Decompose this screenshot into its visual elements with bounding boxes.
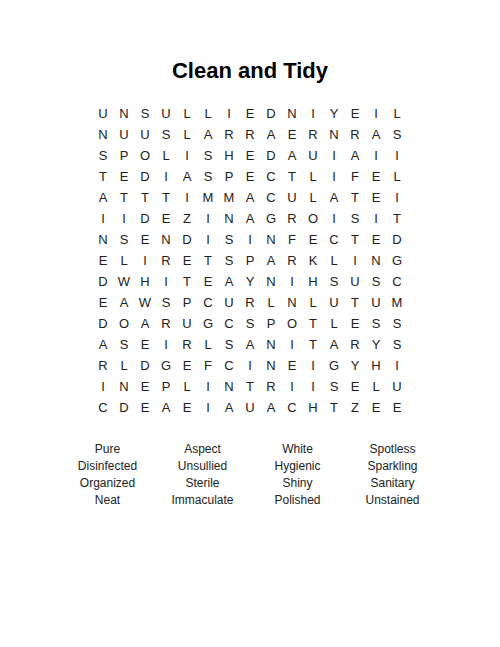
grid-cell-r7c10: F — [282, 229, 303, 250]
grid-cell-r8c9: A — [261, 250, 282, 271]
grid-cell-r3c8: E — [240, 145, 261, 166]
word-list-item: Hygienic — [250, 457, 345, 474]
grid-cell-r8c2: L — [114, 250, 135, 271]
grid-cell-r1c8: E — [240, 103, 261, 124]
grid-cell-r9c2: W — [114, 271, 135, 292]
grid-cell-r9c1: D — [93, 271, 114, 292]
grid-cell-r15c2: D — [114, 397, 135, 418]
grid-cell-r7c12: C — [324, 229, 345, 250]
grid-cell-r7c11: E — [303, 229, 324, 250]
grid-cell-r8c11: K — [303, 250, 324, 271]
grid-cell-r2c5: L — [177, 124, 198, 145]
grid-cell-r1c11: I — [303, 103, 324, 124]
grid-cell-r2c12: N — [324, 124, 345, 145]
grid-cell-r13c15: I — [387, 355, 408, 376]
grid-cell-r8c1: E — [93, 250, 114, 271]
grid-cell-r9c4: I — [156, 271, 177, 292]
grid-cell-r9c6: E — [198, 271, 219, 292]
grid-cell-r3c12: I — [324, 145, 345, 166]
grid-cell-r11c9: P — [261, 313, 282, 334]
grid-cell-r12c4: I — [156, 334, 177, 355]
grid-cell-r2c7: R — [219, 124, 240, 145]
grid-cell-r1c4: U — [156, 103, 177, 124]
grid-cell-r9c11: H — [303, 271, 324, 292]
grid-cell-r14c2: N — [114, 376, 135, 397]
grid-cell-r10c13: T — [345, 292, 366, 313]
grid-cell-r12c3: E — [135, 334, 156, 355]
word-list-item: Unstained — [345, 491, 440, 508]
word-list: PureAspectWhiteSpotlessDisinfectedUnsull… — [60, 440, 440, 508]
grid-cell-r13c7: C — [219, 355, 240, 376]
grid-cell-r8c5: E — [177, 250, 198, 271]
grid-cell-r15c13: Z — [345, 397, 366, 418]
grid-cell-r10c14: U — [366, 292, 387, 313]
grid-cell-r10c9: L — [261, 292, 282, 313]
grid-cell-r14c10: I — [282, 376, 303, 397]
word-list-item: Polished — [250, 491, 345, 508]
grid-cell-r5c12: A — [324, 187, 345, 208]
grid-cell-r8c15: G — [387, 250, 408, 271]
grid-cell-r10c8: R — [240, 292, 261, 313]
grid-cell-r1c5: L — [177, 103, 198, 124]
grid-cell-r11c8: S — [240, 313, 261, 334]
grid-cell-r5c2: T — [114, 187, 135, 208]
grid-cell-r4c2: E — [114, 166, 135, 187]
grid-cell-r2c10: E — [282, 124, 303, 145]
grid-cell-r7c7: S — [219, 229, 240, 250]
grid-cell-r4c9: C — [261, 166, 282, 187]
grid-cell-r1c7: I — [219, 103, 240, 124]
grid-cell-r15c14: E — [366, 397, 387, 418]
grid-cell-r11c14: S — [366, 313, 387, 334]
grid-cell-r12c7: S — [219, 334, 240, 355]
word-list-item: Spotless — [345, 440, 440, 457]
word-list-item: Organized — [60, 474, 155, 491]
grid-cell-r14c3: E — [135, 376, 156, 397]
grid-cell-r5c4: T — [156, 187, 177, 208]
grid-cell-r4c13: F — [345, 166, 366, 187]
grid-cell-r6c4: E — [156, 208, 177, 229]
grid-cell-r13c13: Y — [345, 355, 366, 376]
word-list-item: White — [250, 440, 345, 457]
grid-cell-r11c7: C — [219, 313, 240, 334]
grid-cell-r13c8: I — [240, 355, 261, 376]
grid-cell-r6c11: O — [303, 208, 324, 229]
grid-cell-r3c4: L — [156, 145, 177, 166]
grid-cell-r7c4: N — [156, 229, 177, 250]
grid-cell-r15c15: E — [387, 397, 408, 418]
grid-cell-r6c6: I — [198, 208, 219, 229]
grid-cell-r12c14: Y — [366, 334, 387, 355]
grid-cell-r15c7: A — [219, 397, 240, 418]
grid-cell-r5c7: M — [219, 187, 240, 208]
word-list-item: Disinfected — [60, 457, 155, 474]
grid-cell-r6c1: I — [93, 208, 114, 229]
grid-cell-r8c3: I — [135, 250, 156, 271]
grid-cell-r6c9: G — [261, 208, 282, 229]
grid-cell-r11c1: D — [93, 313, 114, 334]
grid-cell-r14c1: I — [93, 376, 114, 397]
grid-cell-r2c15: S — [387, 124, 408, 145]
grid-cell-r14c4: P — [156, 376, 177, 397]
grid-cell-r11c13: E — [345, 313, 366, 334]
grid-cell-r13c9: N — [261, 355, 282, 376]
grid-cell-r4c10: T — [282, 166, 303, 187]
grid-cell-r6c3: D — [135, 208, 156, 229]
grid-cell-r2c11: R — [303, 124, 324, 145]
grid-cell-r6c15: T — [387, 208, 408, 229]
grid-cell-r15c4: A — [156, 397, 177, 418]
grid-cell-r12c9: N — [261, 334, 282, 355]
grid-cell-r9c7: A — [219, 271, 240, 292]
grid-cell-r14c13: E — [345, 376, 366, 397]
grid-cell-r10c4: S — [156, 292, 177, 313]
grid-cell-r2c4: S — [156, 124, 177, 145]
grid-cell-r10c1: E — [93, 292, 114, 313]
grid-cell-r7c3: E — [135, 229, 156, 250]
grid-cell-r14c8: T — [240, 376, 261, 397]
grid-cell-r7c1: N — [93, 229, 114, 250]
grid-cell-r4c7: P — [219, 166, 240, 187]
grid-cell-r7c8: I — [240, 229, 261, 250]
grid-cell-r11c2: O — [114, 313, 135, 334]
grid-cell-r4c8: E — [240, 166, 261, 187]
grid-cell-r14c15: U — [387, 376, 408, 397]
grid-cell-r15c11: H — [303, 397, 324, 418]
grid-cell-r5c1: A — [93, 187, 114, 208]
grid-cell-r15c10: C — [282, 397, 303, 418]
grid-cell-r5c9: C — [261, 187, 282, 208]
grid-cell-r6c13: S — [345, 208, 366, 229]
grid-cell-r9c3: H — [135, 271, 156, 292]
grid-cell-r1c14: I — [366, 103, 387, 124]
grid-cell-r2c2: U — [114, 124, 135, 145]
word-list-item: Shiny — [250, 474, 345, 491]
grid-cell-r12c2: S — [114, 334, 135, 355]
grid-cell-r1c3: S — [135, 103, 156, 124]
grid-cell-r2c13: R — [345, 124, 366, 145]
grid-cell-r10c5: P — [177, 292, 198, 313]
grid-cell-r2c8: R — [240, 124, 261, 145]
grid-cell-r12c11: T — [303, 334, 324, 355]
word-list-item: Unsullied — [155, 457, 250, 474]
grid-cell-r13c6: F — [198, 355, 219, 376]
grid-cell-r9c14: S — [366, 271, 387, 292]
grid-cell-r9c13: U — [345, 271, 366, 292]
word-list-item: Aspect — [155, 440, 250, 457]
grid-cell-r3c10: A — [282, 145, 303, 166]
grid-cell-r2c3: U — [135, 124, 156, 145]
grid-cell-r13c14: H — [366, 355, 387, 376]
grid-cell-r5c3: T — [135, 187, 156, 208]
grid-cell-r14c5: L — [177, 376, 198, 397]
grid-cell-r10c12: U — [324, 292, 345, 313]
grid-cell-r10c15: M — [387, 292, 408, 313]
grid-cell-r14c14: L — [366, 376, 387, 397]
grid-cell-r5c10: U — [282, 187, 303, 208]
grid-cell-r14c6: I — [198, 376, 219, 397]
word-list-item: Sterile — [155, 474, 250, 491]
grid-cell-r4c11: L — [303, 166, 324, 187]
grid-cell-r9c12: S — [324, 271, 345, 292]
grid-cell-r3c7: H — [219, 145, 240, 166]
grid-cell-r1c1: U — [93, 103, 114, 124]
grid-cell-r1c9: D — [261, 103, 282, 124]
grid-cell-r5c11: L — [303, 187, 324, 208]
grid-cell-r5c5: I — [177, 187, 198, 208]
grid-cell-r3c6: S — [198, 145, 219, 166]
grid-cell-r12c12: A — [324, 334, 345, 355]
grid-cell-r5c6: M — [198, 187, 219, 208]
grid-cell-r7c5: D — [177, 229, 198, 250]
grid-cell-r13c3: D — [135, 355, 156, 376]
grid-cell-r2c1: N — [93, 124, 114, 145]
grid-cell-r1c2: N — [114, 103, 135, 124]
grid-cell-r6c12: I — [324, 208, 345, 229]
grid-cell-r12c10: I — [282, 334, 303, 355]
grid-cell-r3c13: A — [345, 145, 366, 166]
grid-cell-r4c1: T — [93, 166, 114, 187]
grid-cell-r4c14: E — [366, 166, 387, 187]
grid-cell-r3c14: I — [366, 145, 387, 166]
word-list-item: Pure — [60, 440, 155, 457]
grid-cell-r3c9: D — [261, 145, 282, 166]
grid-cell-r11c6: G — [198, 313, 219, 334]
grid-cell-r15c1: C — [93, 397, 114, 418]
grid-cell-r15c5: E — [177, 397, 198, 418]
grid-cell-r8c14: N — [366, 250, 387, 271]
grid-cell-r9c15: C — [387, 271, 408, 292]
grid-cell-r4c12: I — [324, 166, 345, 187]
grid-cell-r15c12: T — [324, 397, 345, 418]
grid-cell-r13c2: L — [114, 355, 135, 376]
grid-cell-r8c4: R — [156, 250, 177, 271]
grid-cell-r3c15: I — [387, 145, 408, 166]
word-list-item: Immaculate — [155, 491, 250, 508]
grid-cell-r11c15: S — [387, 313, 408, 334]
grid-cell-r3c1: S — [93, 145, 114, 166]
grid-cell-r1c12: Y — [324, 103, 345, 124]
grid-cell-r8c12: L — [324, 250, 345, 271]
grid-cell-r3c2: P — [114, 145, 135, 166]
grid-cell-r7c15: D — [387, 229, 408, 250]
grid-cell-r6c10: R — [282, 208, 303, 229]
grid-cell-r13c11: I — [303, 355, 324, 376]
grid-cell-r13c1: R — [93, 355, 114, 376]
grid-cell-r11c12: L — [324, 313, 345, 334]
grid-cell-r13c5: E — [177, 355, 198, 376]
grid-cell-r3c5: I — [177, 145, 198, 166]
grid-cell-r7c13: T — [345, 229, 366, 250]
grid-cell-r11c3: A — [135, 313, 156, 334]
grid-cell-r14c11: I — [303, 376, 324, 397]
grid-cell-r7c9: N — [261, 229, 282, 250]
grid-cell-r13c12: G — [324, 355, 345, 376]
grid-cell-r2c9: A — [261, 124, 282, 145]
grid-cell-r8c7: S — [219, 250, 240, 271]
grid-cell-r6c8: A — [240, 208, 261, 229]
grid-cell-r12c1: A — [93, 334, 114, 355]
grid-cell-r10c11: L — [303, 292, 324, 313]
word-search-page: Clean and Tidy UNSULLIEDNIYEILNUUSLARRAE… — [0, 0, 500, 647]
grid-cell-r10c10: N — [282, 292, 303, 313]
word-list-item: Sanitary — [345, 474, 440, 491]
grid-cell-r8c13: I — [345, 250, 366, 271]
grid-cell-r5c8: A — [240, 187, 261, 208]
grid-cell-r6c2: I — [114, 208, 135, 229]
grid-cell-r9c9: N — [261, 271, 282, 292]
grid-cell-r9c8: Y — [240, 271, 261, 292]
grid-cell-r11c10: O — [282, 313, 303, 334]
grid-cell-r7c14: E — [366, 229, 387, 250]
grid-cell-r13c10: E — [282, 355, 303, 376]
grid-cell-r1c6: L — [198, 103, 219, 124]
grid-cell-r5c14: E — [366, 187, 387, 208]
grid-cell-r3c11: U — [303, 145, 324, 166]
grid-cell-r10c7: U — [219, 292, 240, 313]
grid-cell-r10c3: W — [135, 292, 156, 313]
grid-cell-r8c8: P — [240, 250, 261, 271]
grid-cell-r5c15: I — [387, 187, 408, 208]
grid-cell-r12c8: A — [240, 334, 261, 355]
grid-cell-r2c14: A — [366, 124, 387, 145]
grid-cell-r4c4: I — [156, 166, 177, 187]
grid-cell-r14c9: R — [261, 376, 282, 397]
grid-cell-r15c8: U — [240, 397, 261, 418]
grid-cell-r10c6: C — [198, 292, 219, 313]
grid-cell-r7c6: I — [198, 229, 219, 250]
grid-cell-r4c3: D — [135, 166, 156, 187]
word-list-item: Neat — [60, 491, 155, 508]
puzzle-title: Clean and Tidy — [0, 0, 500, 84]
grid-cell-r9c5: T — [177, 271, 198, 292]
grid-cell-r1c13: E — [345, 103, 366, 124]
grid-cell-r6c7: N — [219, 208, 240, 229]
grid-cell-r11c4: R — [156, 313, 177, 334]
grid-cell-r15c9: A — [261, 397, 282, 418]
grid-cell-r11c5: U — [177, 313, 198, 334]
grid-cell-r6c14: I — [366, 208, 387, 229]
grid-cell-r14c12: S — [324, 376, 345, 397]
grid-cell-r7c2: S — [114, 229, 135, 250]
grid-cell-r10c2: A — [114, 292, 135, 313]
grid-cell-r13c4: G — [156, 355, 177, 376]
grid-cell-r1c15: L — [387, 103, 408, 124]
grid-cell-r8c6: T — [198, 250, 219, 271]
grid-cell-r15c3: E — [135, 397, 156, 418]
grid-cell-r12c6: L — [198, 334, 219, 355]
grid-cell-r4c15: L — [387, 166, 408, 187]
grid-cell-r11c11: T — [303, 313, 324, 334]
grid-cell-r4c6: S — [198, 166, 219, 187]
word-list-item: Sparkling — [345, 457, 440, 474]
grid-cell-r12c15: S — [387, 334, 408, 355]
grid-cell-r4c5: A — [177, 166, 198, 187]
grid-cell-r15c6: I — [198, 397, 219, 418]
grid-cell-r14c7: N — [219, 376, 240, 397]
grid-cell-r5c13: T — [345, 187, 366, 208]
grid-cell-r9c10: I — [282, 271, 303, 292]
grid-cell-r3c3: O — [135, 145, 156, 166]
grid-cell-r12c5: R — [177, 334, 198, 355]
grid-cell-r2c6: A — [198, 124, 219, 145]
grid-cell-r8c10: R — [282, 250, 303, 271]
grid-cell-r1c10: N — [282, 103, 303, 124]
word-search-grid: UNSULLIEDNIYEILNUUSLARRAERNRASSPOLISHEDA… — [93, 103, 408, 418]
grid-cell-r12c13: R — [345, 334, 366, 355]
grid-cell-r6c5: Z — [177, 208, 198, 229]
